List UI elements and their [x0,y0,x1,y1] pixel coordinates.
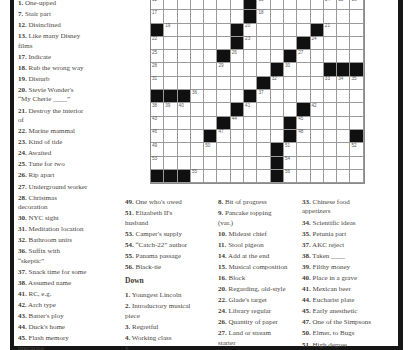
black-cell [244,90,257,103]
clue-text: Land or stream starter [218,329,271,346]
grid-cell[interactable]: 52 [350,143,363,156]
clue-text: Working class [130,334,171,342]
grid-cell[interactable] [297,77,310,90]
black-cell [204,130,217,143]
clue-item: 1. One-upped [18,0,118,8]
clue-number: 12. [18,21,27,29]
grid-cell[interactable]: 32 [271,77,284,90]
clue-number: 50. [302,329,311,337]
grid-cell[interactable] [204,170,217,183]
clue-number: 38. [302,252,311,260]
clue-text: Library regular [227,307,271,315]
clue-number: 36. [18,247,27,255]
cell-number: 32 [272,77,277,82]
grid-cell[interactable] [191,24,204,37]
grid-cell[interactable] [297,10,310,23]
grid-cell[interactable] [271,10,284,23]
grid-cell[interactable] [311,117,324,130]
clue-item: 28. Christmas decoration [18,194,118,213]
grid-cell[interactable] [164,117,177,130]
black-cell [271,143,284,156]
clue-text: Scientific ideas [311,219,356,227]
clue-item: 37. Snack time for some [18,268,118,277]
cell-number: 13 [258,0,263,2]
clue-number: 45. [302,307,311,315]
grid-cell[interactable] [311,130,324,143]
black-cell [297,103,310,116]
grid-cell[interactable] [204,103,217,116]
grid-cell[interactable] [324,103,337,116]
grid-cell[interactable] [271,103,284,116]
clue-text: Black-tie [134,263,161,271]
clue-number: 37. [18,268,27,276]
grid-cell[interactable] [297,143,310,156]
grid-cell[interactable]: 49 [151,143,164,156]
clue-item: 33. Chinese food appetizers [302,198,396,217]
grid-cell[interactable] [257,103,270,116]
grid-cell[interactable] [178,24,191,37]
cell-number: 36 [192,91,197,96]
grid-cell[interactable]: 54 [284,157,297,170]
clue-item: 34. Scientific ideas [302,219,396,228]
clue-text: Rub the wrong way [27,64,84,72]
grid-cell[interactable] [271,117,284,130]
grid-cell[interactable] [191,10,204,23]
grid-cell[interactable] [324,157,337,170]
clue-number: 28. [18,194,27,202]
grid-cell[interactable]: 56 [284,170,297,183]
grid-cell[interactable] [350,24,363,37]
grid-cell[interactable] [324,130,337,143]
grid-cell[interactable] [191,77,204,90]
grid-cell[interactable] [257,143,270,156]
clue-number: 38. [18,279,27,287]
grid-cell[interactable] [191,157,204,170]
grid-cell[interactable] [244,63,257,76]
clue-number: 44. [18,323,27,331]
grid-cell[interactable]: 40 [178,103,191,116]
grid-cell[interactable]: 17 [151,10,164,23]
cell-number: 17 [152,11,157,16]
cell-number: 50 [205,144,210,149]
grid-cell[interactable] [178,50,191,63]
grid-cell[interactable]: 35 [350,77,363,90]
grid-cell[interactable] [257,37,270,50]
grid-cell[interactable] [217,170,230,183]
clue-item: 42. Arch type [18,301,118,310]
grid-cell[interactable] [350,50,363,63]
black-cell [271,170,284,183]
grid-cell[interactable] [284,37,297,50]
grid-cell[interactable]: 55 [191,170,204,183]
grid-cell[interactable]: 46 [151,130,164,143]
clue-text: Duck's home [27,323,65,331]
grid-cell[interactable] [178,77,191,90]
grid-cell[interactable] [271,37,284,50]
black-cell [337,63,350,76]
grid-cell[interactable] [244,50,257,63]
grid-cell[interactable] [337,37,350,50]
clue-number: 51. [125,209,134,217]
grid-cell[interactable]: 47 [217,130,230,143]
grid-cell[interactable]: 18 [257,10,270,23]
clue-text: Like many Disney films [18,32,80,49]
grid-cell[interactable] [204,37,217,50]
grid-cell[interactable] [257,63,270,76]
grid-cell[interactable] [337,10,350,23]
grid-cell[interactable]: 53 [151,157,164,170]
grid-cell[interactable]: 29 [217,63,230,76]
cell-number: 30 [285,64,290,69]
clue-text: Pancake topping (var.) [218,209,271,226]
grid-cell[interactable] [311,0,324,10]
clue-item: 9. Pancake topping (var.) [218,209,304,228]
grid-cell[interactable] [297,170,310,183]
clue-item: 27. Land or stream starter [218,329,304,348]
clue-item: 55. Panama passage [125,252,210,261]
grid-cell[interactable] [257,50,270,63]
grid-cell[interactable] [257,117,270,130]
clue-item: 39. Filthy money [302,263,396,272]
grid-cell[interactable]: 23 [244,37,257,50]
grid-cell[interactable] [244,157,257,170]
clue-number: 41. [18,290,27,298]
grid-cell[interactable] [324,90,337,103]
grid-cell[interactable]: 43 [151,117,164,130]
clue-text: Panama passage [134,252,181,260]
cell-number: 48 [298,130,303,135]
grid-cell[interactable] [178,10,191,23]
grid-cell[interactable]: 31 [151,77,164,90]
grid-cell[interactable] [231,170,244,183]
grid-cell[interactable]: 38 [151,103,164,116]
grid-cell[interactable] [297,0,310,10]
grid-cell[interactable] [324,170,337,183]
clue-number: 17. [18,53,27,61]
clue-number: 21. [18,107,27,115]
grid-cell[interactable]: 51 [284,143,297,156]
grid-cell[interactable] [178,117,191,130]
grid-cell[interactable] [164,0,177,10]
clue-text: Stair part [23,10,51,18]
grid-cell[interactable] [164,77,177,90]
grid-cell[interactable] [350,157,363,170]
grid-cell[interactable] [231,63,244,76]
grid-cell[interactable] [191,37,204,50]
grid-cell[interactable]: 34 [337,77,350,90]
grid-cell[interactable]: 22 [151,37,164,50]
grid-cell[interactable] [244,143,257,156]
grid-cell[interactable]: 27 [297,50,310,63]
clue-number: 39. [302,263,311,271]
grid-cell[interactable] [257,24,270,37]
clue-number: 45. [18,334,27,342]
cell-number: 44 [232,117,237,122]
grid-cell[interactable] [217,90,230,103]
grid-cell[interactable] [297,63,310,76]
grid-cell[interactable] [231,90,244,103]
grid-cell[interactable] [350,90,363,103]
grid-cell[interactable]: 19 [164,24,177,37]
grid-cell[interactable] [191,63,204,76]
grid-cell[interactable] [337,130,350,143]
grid-cell[interactable] [217,143,230,156]
clue-text: Place in a grave [311,274,357,282]
grid-cell[interactable] [178,37,191,50]
grid-cell[interactable] [284,77,297,90]
clue-number: 23. [18,138,27,146]
grid-cell[interactable] [164,157,177,170]
grid-cell[interactable] [231,143,244,156]
grid-cell[interactable]: 37 [257,90,270,103]
clue-item: 27. Underground worker [18,183,118,192]
grid-cell[interactable] [217,0,230,10]
grid-cell[interactable] [311,77,324,90]
clues-column-2: 49. One who's owed51. Elizabeth II's hus… [125,198,210,350]
grid-cell[interactable] [178,130,191,143]
grid-cell[interactable]: 50 [204,143,217,156]
grid-cell[interactable] [164,50,177,63]
grid-cell[interactable] [231,157,244,170]
grid-cell[interactable] [311,63,324,76]
grid-cell[interactable] [164,10,177,23]
clue-text: Awaited [27,149,51,157]
grid-cell[interactable] [311,10,324,23]
grid-cell[interactable]: 20 [244,24,257,37]
grid-cell[interactable] [217,10,230,23]
clue-text: One-upped [23,0,56,7]
grid-cell[interactable] [204,24,217,37]
grid-cell[interactable] [271,24,284,37]
grid-cell[interactable] [271,0,284,10]
grid-cell[interactable]: 42 [311,103,324,116]
grid-cell[interactable] [204,0,217,10]
black-cell [350,63,363,76]
grid-cell[interactable] [217,77,230,90]
grid-cell[interactable] [284,24,297,37]
black-cell [217,50,230,63]
grid-cell[interactable] [204,157,217,170]
grid-cell[interactable] [191,117,204,130]
clue-number: 51. [302,341,311,349]
grid-cell[interactable] [337,143,350,156]
clue-text: Eucharist plate [311,296,355,304]
clue-item: 44. Duck's home [18,323,118,332]
clue-item: 21. Destroy the interior of [18,107,118,126]
clue-number: 22. [218,296,227,304]
clue-number: 10. [218,230,227,238]
clue-item: 31. Meditation location [18,225,118,234]
clue-item: 13. Like many Disney films [18,32,118,51]
cell-number: 33 [325,77,330,82]
grid-cell[interactable] [337,90,350,103]
grid-cell[interactable] [311,143,324,156]
cell-number: 41 [245,104,250,109]
grid-cell[interactable] [324,117,337,130]
grid-cell[interactable] [178,63,191,76]
clue-item: 18. Rub the wrong way [18,64,118,73]
grid-cell[interactable] [231,77,244,90]
grid-cell[interactable]: 12 [151,0,164,10]
clue-number: 24. [18,149,27,157]
grid-cell[interactable] [244,170,257,183]
grid-cell[interactable]: 25 [151,50,164,63]
grid-cell[interactable] [204,10,217,23]
grid-cell[interactable]: 48 [297,130,310,143]
grid-cell[interactable] [324,37,337,50]
clue-text: Underground worker [27,183,88,191]
grid-cell[interactable] [337,24,350,37]
grid-cell[interactable] [217,24,230,37]
clue-text: Stevie Wonder's “My Cherie ____” [18,86,74,103]
clue-item: 25. Tune for two [18,160,118,169]
grid-cell[interactable] [217,103,230,116]
grid-cell[interactable] [191,0,204,10]
grid-cell[interactable] [191,130,204,143]
grid-cell[interactable] [284,10,297,23]
grid-cell[interactable]: 36 [191,90,204,103]
grid-cell[interactable]: 41 [244,103,257,116]
grid-cell[interactable] [191,103,204,116]
grid-cell[interactable] [231,0,244,10]
black-cell [231,37,244,50]
grid-cell[interactable] [297,157,310,170]
grid-cell[interactable] [271,130,284,143]
clue-item: 14. Add at the end [218,252,304,261]
clue-text: Petunia part [311,230,346,238]
grid-cell[interactable]: 24 [311,37,324,50]
clue-text: Rip apart [27,171,55,179]
grid-cell[interactable] [337,50,350,63]
grid-cell[interactable] [350,117,363,130]
clue-item: 11. Stool pigeon [218,241,304,250]
grid-cell[interactable]: 15 [337,0,350,10]
clue-text: Stool pigeon [226,241,263,249]
grid-cell[interactable] [204,90,217,103]
grid-cell[interactable] [204,63,217,76]
grid-cell[interactable] [164,37,177,50]
grid-cell[interactable]: 21 [324,24,337,37]
grid-cell[interactable] [271,90,284,103]
grid-cell[interactable] [337,157,350,170]
grid-cell[interactable] [324,10,337,23]
clue-number: 27. [18,183,27,191]
grid-cell[interactable] [204,50,217,63]
grid-cell[interactable] [204,117,217,130]
grid-cell[interactable] [178,143,191,156]
grid-cell[interactable] [324,50,337,63]
grid-cell[interactable]: 33 [324,77,337,90]
grid-cell[interactable] [257,170,270,183]
clue-text: Quantity of paper [227,318,278,326]
black-cell [244,10,257,23]
clue-item: 7. Stair part [18,10,118,19]
grid-cell[interactable] [337,103,350,116]
grid-cell[interactable] [324,143,337,156]
grid-cell[interactable] [257,130,270,143]
clue-number: 19. [18,75,27,83]
grid-cell[interactable] [284,103,297,116]
clue-text: Regarding, old-style [227,285,286,293]
grid-cell[interactable] [350,10,363,23]
grid-cell[interactable] [350,37,363,50]
grid-cell[interactable] [257,157,270,170]
clue-text: Early anesthetic [311,307,358,315]
grid-cell[interactable]: 39 [164,103,177,116]
clue-item: 45. Early anesthetic [302,307,396,316]
grid-cell[interactable]: 30 [284,63,297,76]
clue-text: Block [227,274,245,282]
clue-number: 18. [18,64,27,72]
grid-cell[interactable]: 26 [231,50,244,63]
grid-cell[interactable] [178,157,191,170]
cell-number: 15 [338,0,343,2]
grid-cell[interactable] [164,63,177,76]
grid-cell[interactable] [311,157,324,170]
grid-cell[interactable] [244,130,257,143]
clue-number: 37. [302,241,311,249]
grid-cell[interactable] [337,170,350,183]
cell-number: 38 [152,104,157,109]
grid-cell[interactable]: 16 [350,0,363,10]
grid-cell[interactable] [337,117,350,130]
grid-cell[interactable] [231,130,244,143]
grid-cell[interactable]: 44 [231,117,244,130]
black-cell [151,90,164,103]
black-cell [231,103,244,116]
grid-cell[interactable] [191,143,204,156]
grid-cell[interactable] [311,50,324,63]
cell-number: 18 [258,11,263,16]
grid-cell[interactable]: 45 [297,117,310,130]
clue-item: 26. Quantity of paper [218,318,304,327]
grid-cell[interactable] [271,50,284,63]
clue-item: 3. Regretful [125,323,210,332]
grid-cell[interactable] [164,130,177,143]
grid-cell[interactable] [217,37,230,50]
grid-cell[interactable] [244,77,257,90]
grid-cell[interactable]: 28 [151,63,164,76]
grid-cell[interactable]: 14 [324,0,337,10]
grid-cell[interactable] [311,90,324,103]
grid-cell[interactable] [350,103,363,116]
grid-cell[interactable] [164,143,177,156]
clue-item: 30. NYC sight [18,214,118,223]
clue-item: 17. Indicate [18,53,118,62]
clue-item: 51. Elizabeth II's husband [125,209,210,228]
grid-cell[interactable] [244,117,257,130]
grid-cell[interactable] [191,50,204,63]
grid-cell[interactable] [204,77,217,90]
grid-cell[interactable] [284,90,297,103]
grid-cell[interactable] [178,0,191,10]
grid-cell[interactable] [297,24,310,37]
grid-cell[interactable] [284,0,297,10]
clue-number: 31. [18,225,27,233]
grid-cell[interactable] [311,170,324,183]
grid-cell[interactable] [217,157,230,170]
grid-cell[interactable]: 13 [257,0,270,10]
clue-item: 19. Disturb [18,75,118,84]
clue-item: 44. Eucharist plate [302,296,396,305]
grid-cell[interactable] [297,90,310,103]
grid-cell[interactable] [350,170,363,183]
clue-number: 53. [125,230,134,238]
cell-number: 35 [351,77,356,82]
clue-number: 35. [302,230,311,238]
grid-cell[interactable] [231,10,244,23]
cell-number: 39 [165,104,170,109]
